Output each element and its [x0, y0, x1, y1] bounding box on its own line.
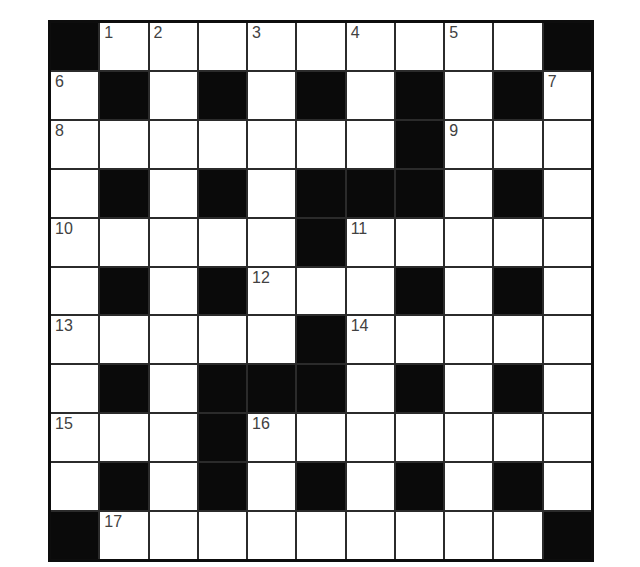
block-cell [396, 268, 443, 315]
letter-cell[interactable] [199, 316, 246, 363]
letter-cell[interactable] [494, 23, 541, 70]
letter-cell[interactable] [445, 365, 492, 412]
block-cell [494, 170, 541, 217]
block-cell [100, 268, 147, 315]
crossword-page: 1234567891011121314151617 [0, 0, 640, 567]
letter-cell[interactable] [347, 414, 394, 461]
letter-cell[interactable] [150, 414, 197, 461]
letter-cell[interactable] [150, 170, 197, 217]
block-cell [396, 121, 443, 168]
letter-cell[interactable] [150, 219, 197, 266]
clue-number: 17 [104, 513, 122, 531]
letter-cell[interactable]: 9 [445, 121, 492, 168]
block-cell [51, 23, 98, 70]
block-cell [199, 72, 246, 119]
letter-cell[interactable] [396, 414, 443, 461]
clue-number: 12 [252, 269, 270, 287]
letter-cell[interactable]: 15 [51, 414, 98, 461]
letter-cell[interactable] [445, 72, 492, 119]
letter-cell[interactable] [445, 268, 492, 315]
clue-number: 9 [449, 122, 458, 140]
letter-cell[interactable] [494, 512, 541, 559]
letter-cell[interactable] [445, 316, 492, 363]
block-cell [494, 72, 541, 119]
letter-cell[interactable] [297, 268, 344, 315]
letter-cell[interactable]: 11 [347, 219, 394, 266]
clue-number: 5 [449, 24, 458, 42]
letter-cell[interactable]: 6 [51, 72, 98, 119]
letter-cell[interactable] [445, 512, 492, 559]
block-cell [199, 463, 246, 510]
clue-number: 3 [252, 24, 261, 42]
block-cell [297, 219, 344, 266]
clue-number: 11 [351, 220, 368, 238]
block-cell [347, 170, 394, 217]
letter-cell[interactable] [544, 414, 591, 461]
clue-number: 15 [55, 415, 73, 433]
letter-cell[interactable]: 14 [347, 316, 394, 363]
letter-cell[interactable] [544, 121, 591, 168]
block-cell [544, 23, 591, 70]
letter-cell[interactable]: 13 [51, 316, 98, 363]
letter-cell[interactable] [100, 219, 147, 266]
clue-number: 6 [55, 73, 64, 91]
letter-cell[interactable] [51, 365, 98, 412]
letter-cell[interactable] [297, 512, 344, 559]
block-cell [199, 414, 246, 461]
letter-cell[interactable] [51, 170, 98, 217]
letter-cell[interactable] [100, 316, 147, 363]
block-cell [396, 72, 443, 119]
clue-number: 2 [154, 24, 163, 42]
clue-number: 8 [55, 122, 64, 140]
block-cell [494, 365, 541, 412]
block-cell [297, 170, 344, 217]
letter-cell[interactable] [150, 512, 197, 559]
letter-cell[interactable] [396, 316, 443, 363]
block-cell [199, 268, 246, 315]
letter-cell[interactable] [347, 268, 394, 315]
block-cell [100, 72, 147, 119]
letter-cell[interactable] [544, 365, 591, 412]
block-cell [100, 170, 147, 217]
letter-cell[interactable] [347, 72, 394, 119]
letter-cell[interactable] [248, 219, 295, 266]
letter-cell[interactable] [544, 219, 591, 266]
letter-cell[interactable]: 5 [445, 23, 492, 70]
block-cell [396, 170, 443, 217]
block-cell [494, 463, 541, 510]
block-cell [396, 463, 443, 510]
clue-number: 13 [55, 317, 73, 335]
letter-cell[interactable]: 16 [248, 414, 295, 461]
letter-cell[interactable] [248, 121, 295, 168]
block-cell [199, 170, 246, 217]
letter-cell[interactable]: 12 [248, 268, 295, 315]
letter-cell[interactable] [396, 23, 443, 70]
letter-cell[interactable]: 1 [100, 23, 147, 70]
letter-cell[interactable]: 17 [100, 512, 147, 559]
letter-cell[interactable] [544, 316, 591, 363]
clue-number: 1 [104, 24, 113, 42]
letter-cell[interactable] [199, 219, 246, 266]
letter-cell[interactable] [199, 512, 246, 559]
letter-cell[interactable] [445, 219, 492, 266]
letter-cell[interactable] [248, 170, 295, 217]
letter-cell[interactable] [150, 121, 197, 168]
letter-cell[interactable]: 2 [150, 23, 197, 70]
letter-cell[interactable] [494, 316, 541, 363]
letter-cell[interactable] [297, 414, 344, 461]
letter-cell[interactable]: 8 [51, 121, 98, 168]
letter-cell[interactable] [51, 268, 98, 315]
letter-cell[interactable] [199, 23, 246, 70]
letter-cell[interactable] [100, 414, 147, 461]
letter-cell[interactable]: 7 [544, 72, 591, 119]
letter-cell[interactable] [150, 365, 197, 412]
block-cell [100, 365, 147, 412]
letter-cell[interactable] [445, 414, 492, 461]
letter-cell[interactable] [445, 463, 492, 510]
letter-cell[interactable] [248, 512, 295, 559]
letter-cell[interactable] [544, 463, 591, 510]
letter-cell[interactable]: 4 [347, 23, 394, 70]
letter-cell[interactable] [248, 463, 295, 510]
block-cell [297, 72, 344, 119]
letter-cell[interactable] [51, 463, 98, 510]
clue-number: 14 [351, 317, 369, 335]
letter-cell[interactable] [445, 170, 492, 217]
block-cell [396, 365, 443, 412]
letter-cell[interactable] [297, 23, 344, 70]
clue-number: 16 [252, 415, 270, 433]
letter-cell[interactable] [494, 414, 541, 461]
block-cell [297, 316, 344, 363]
letter-cell[interactable] [150, 72, 197, 119]
clue-number: 7 [548, 73, 557, 91]
letter-cell[interactable] [347, 463, 394, 510]
clue-number: 10 [55, 220, 73, 238]
letter-cell[interactable] [150, 316, 197, 363]
letter-cell[interactable] [347, 365, 394, 412]
letter-cell[interactable] [248, 72, 295, 119]
crossword-grid: 1234567891011121314151617 [48, 20, 594, 562]
letter-cell[interactable] [396, 512, 443, 559]
block-cell [544, 512, 591, 559]
letter-cell[interactable] [347, 512, 394, 559]
block-cell [297, 463, 344, 510]
letter-cell[interactable] [199, 121, 246, 168]
block-cell [297, 365, 344, 412]
block-cell [51, 512, 98, 559]
block-cell [248, 365, 295, 412]
letter-cell[interactable] [150, 268, 197, 315]
letter-cell[interactable] [150, 463, 197, 510]
letter-cell[interactable] [396, 219, 443, 266]
letter-cell[interactable] [100, 121, 147, 168]
letter-cell[interactable] [347, 121, 394, 168]
letter-cell[interactable]: 10 [51, 219, 98, 266]
letter-cell[interactable] [494, 219, 541, 266]
block-cell [494, 268, 541, 315]
letter-cell[interactable] [544, 268, 591, 315]
clue-number: 4 [351, 24, 360, 42]
letter-cell[interactable] [544, 170, 591, 217]
letter-cell[interactable] [494, 121, 541, 168]
letter-cell[interactable] [248, 316, 295, 363]
block-cell [199, 365, 246, 412]
letter-cell[interactable] [297, 121, 344, 168]
letter-cell[interactable]: 3 [248, 23, 295, 70]
block-cell [100, 463, 147, 510]
